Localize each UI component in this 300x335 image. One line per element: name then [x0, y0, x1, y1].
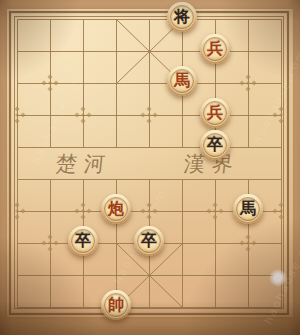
piece-character: 将 [174, 9, 190, 25]
piece-black-soldier[interactable]: 卒 [200, 130, 230, 160]
piece-red-soldier[interactable]: 兵 [200, 98, 230, 128]
piece-red-soldier[interactable]: 兵 [200, 34, 230, 64]
piece-black-general[interactable]: 将 [167, 2, 197, 32]
piece-character: 兵 [207, 105, 223, 121]
piece-character: 馬 [240, 201, 256, 217]
piece-character: 卒 [141, 233, 157, 249]
glow-dot [269, 269, 287, 287]
pieces-layer: 将兵馬兵卒炮馬卒卒帥 [0, 0, 300, 335]
piece-red-cannon[interactable]: 炮 [101, 194, 131, 224]
piece-red-horse[interactable]: 馬 [167, 66, 197, 96]
piece-character: 卒 [207, 137, 223, 153]
piece-black-soldier[interactable]: 卒 [68, 226, 98, 256]
piece-character: 炮 [108, 201, 124, 217]
piece-black-horse[interactable]: 馬 [233, 194, 263, 224]
piece-character: 卒 [75, 233, 91, 249]
piece-character: 兵 [207, 41, 223, 57]
piece-red-general[interactable]: 帥 [101, 290, 131, 320]
xiangqi-game-screen: 楚河 漢界 将兵馬兵卒炮馬卒卒帥 haohaose.com haohaose.c… [0, 0, 300, 335]
piece-character: 馬 [174, 73, 190, 89]
piece-character: 帥 [108, 297, 124, 313]
piece-black-soldier[interactable]: 卒 [134, 226, 164, 256]
